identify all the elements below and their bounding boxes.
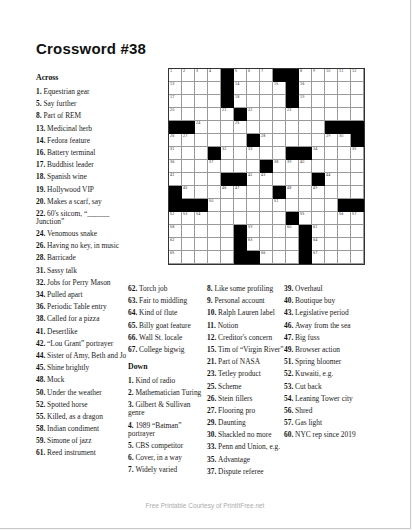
cell-r13c1[interactable]: 58 — [169, 225, 182, 238]
cell-r14c15[interactable] — [351, 238, 364, 251]
cell-r2c13[interactable] — [325, 82, 338, 95]
cell-r15c14[interactable] — [338, 251, 351, 264]
cell-number: 42 — [248, 173, 252, 177]
cell-r12c7[interactable] — [247, 212, 260, 225]
cell-r2c14[interactable] — [338, 82, 351, 95]
cell-r13c10[interactable]: 60 — [286, 225, 299, 238]
cell-r7c15[interactable]: 35 — [351, 147, 364, 160]
cell-r4c7[interactable]: 22 — [247, 108, 260, 121]
cell-r1c14[interactable]: 11 — [338, 69, 351, 82]
cell-r6c9[interactable] — [273, 134, 286, 147]
cell-r8c13[interactable] — [325, 160, 338, 173]
cell-r12c4[interactable] — [208, 212, 221, 225]
cell-r3c6[interactable]: 18 — [234, 95, 247, 108]
cell-r4c12[interactable] — [312, 108, 325, 121]
cell-r1c11[interactable]: 8 — [299, 69, 312, 82]
cell-r15c5[interactable] — [221, 251, 234, 264]
cell-number: 2 — [183, 69, 185, 73]
cell-r14c10[interactable] — [286, 238, 299, 251]
cell-r1c12[interactable]: 9 — [312, 69, 325, 82]
cell-number: 28 — [261, 134, 265, 138]
cell-r1c15[interactable]: 12 — [351, 69, 364, 82]
clues-column-4: 39. Overhaul40. Boutique buy43. Legislat… — [284, 285, 404, 443]
cell-r10c8[interactable] — [260, 186, 273, 199]
cell-r12c2[interactable]: 53 — [182, 212, 195, 225]
cell-number: 50 — [209, 199, 213, 203]
clue-number: 5. — [128, 441, 135, 450]
cell-r2c9[interactable]: 15 — [273, 82, 286, 95]
cell-number: 38 — [274, 160, 278, 164]
cell-number: 49 — [313, 186, 317, 190]
cell-r6c14[interactable]: 30 — [338, 134, 351, 147]
clue-number: 23. — [207, 369, 218, 378]
cell-r8c7[interactable] — [247, 160, 260, 173]
cell-r1c1[interactable]: 1 — [169, 69, 182, 82]
cell-r10c5[interactable]: 46 — [221, 186, 234, 199]
clue-across-20: 20. Makes a scarf, say — [36, 198, 130, 206]
cell-r12c6[interactable] — [234, 212, 247, 225]
cell-r6c2[interactable]: 27 — [182, 134, 195, 147]
clue-number: 8. — [36, 111, 43, 120]
clue-down-25: 25. Scheme — [207, 383, 285, 391]
cell-r8c4[interactable]: 37 — [208, 160, 221, 173]
cell-r7c14[interactable] — [338, 147, 351, 160]
clue-across-58: 58. Indian condiment — [36, 425, 130, 433]
clue-number: 31. — [36, 266, 47, 275]
cell-r15c9[interactable] — [273, 251, 286, 264]
cell-r13c15[interactable] — [351, 225, 364, 238]
cell-r15c2[interactable] — [182, 251, 195, 264]
cell-r1c4[interactable]: 4 — [208, 69, 221, 82]
cell-r9c8[interactable]: 43 — [260, 173, 273, 186]
clue-number: 5. — [36, 99, 43, 108]
cell-r5c5[interactable] — [221, 121, 234, 134]
cell-r7c3[interactable] — [195, 147, 208, 160]
cell-r3c15[interactable] — [351, 95, 364, 108]
cell-r14c12[interactable]: 64 — [312, 238, 325, 251]
clue-down-56: 56. Shred — [284, 407, 404, 415]
cell-r8c10[interactable]: 39 — [286, 160, 299, 173]
cell-r10c14[interactable] — [338, 186, 351, 199]
clue-across-65: 65. Billy goat feature — [128, 322, 204, 330]
cell-r15c3[interactable] — [195, 251, 208, 264]
cell-r8c12[interactable] — [312, 160, 325, 173]
cell-r3c12[interactable] — [312, 95, 325, 108]
cell-r9c15[interactable] — [351, 173, 364, 186]
cell-r2c7[interactable] — [247, 82, 260, 95]
clue-across-1: 1. Equestrian gear — [36, 88, 130, 96]
cell-r9c14[interactable] — [338, 173, 351, 186]
down-header: Down — [128, 363, 204, 371]
clue-number: 37. — [207, 467, 218, 476]
cell-r10c10[interactable]: 48 — [286, 186, 299, 199]
cell-r11c7[interactable] — [247, 199, 260, 212]
clue-across-59: 59. Simone of jazz — [36, 437, 130, 445]
clue-number: 24. — [36, 229, 47, 238]
cell-r10c6[interactable]: 47 — [234, 186, 247, 199]
cell-r4c4[interactable] — [208, 108, 221, 121]
cell-number: 61 — [313, 225, 317, 229]
clue-across-61: 61. Reed instrument — [36, 449, 130, 457]
cell-r4c11[interactable] — [299, 108, 312, 121]
cell-r10c11[interactable] — [299, 186, 312, 199]
cell-r5c6[interactable]: 25 — [234, 121, 247, 134]
clue-down-47: 47. Big fuss — [284, 334, 404, 342]
cell-r13c7[interactable]: 59 — [247, 225, 260, 238]
clue-down-26: 26. Stein fillers — [207, 395, 285, 403]
across-list-1: 1. Equestrian gear5. Say further8. Part … — [36, 88, 130, 457]
cell-r13c8[interactable] — [260, 225, 273, 238]
clue-down-46: 46. Away from the sea — [284, 322, 404, 330]
cell-r9c12 — [312, 173, 325, 186]
cell-r15c12[interactable]: 67 — [312, 251, 325, 264]
cell-r13c13[interactable] — [325, 225, 338, 238]
cell-r2c15[interactable] — [351, 82, 364, 95]
cell-r12c5[interactable] — [221, 212, 234, 225]
cell-r4c15[interactable] — [351, 108, 364, 121]
cell-r1c9 — [273, 69, 286, 82]
cell-r5c3[interactable]: 24 — [195, 121, 208, 134]
clue-number: 19. — [36, 185, 47, 194]
cell-r15c15[interactable] — [351, 251, 364, 264]
cell-number: 67 — [313, 251, 317, 255]
clue-across-62: 62. Torch job — [128, 285, 204, 293]
cell-r3c1[interactable]: 17 — [169, 95, 182, 108]
cell-r10c7[interactable] — [247, 186, 260, 199]
cell-r15c10[interactable] — [286, 251, 299, 264]
cell-r8c9[interactable]: 38 — [273, 160, 286, 173]
cell-number: 41 — [170, 173, 174, 177]
cell-r5c11[interactable] — [299, 121, 312, 134]
cell-number: 4 — [209, 69, 211, 73]
cell-r9c6 — [234, 173, 247, 186]
cell-r11c8[interactable] — [260, 199, 273, 212]
cell-r3c8[interactable] — [260, 95, 273, 108]
cell-r9c1[interactable]: 41 — [169, 173, 182, 186]
cell-r2c12[interactable] — [312, 82, 325, 95]
clue-number: 29. — [207, 418, 218, 427]
clue-number: 13. — [36, 124, 47, 133]
cell-r3c13[interactable] — [325, 95, 338, 108]
clue-number: 62. — [128, 284, 139, 293]
cell-number: 18 — [235, 95, 239, 99]
clue-across-34: 34. Pulled apart — [36, 291, 130, 299]
cell-r2c11[interactable]: 16 — [299, 82, 312, 95]
cell-r2c2[interactable] — [182, 82, 195, 95]
cell-r13c4[interactable] — [208, 225, 221, 238]
cell-r9c4[interactable] — [208, 173, 221, 186]
cell-r14c4[interactable] — [208, 238, 221, 251]
cell-r5c7[interactable] — [247, 121, 260, 134]
cell-r10c3[interactable] — [195, 186, 208, 199]
cell-r9c11[interactable] — [299, 173, 312, 186]
cell-r4c14[interactable] — [338, 108, 351, 121]
cell-r5c12[interactable] — [312, 121, 325, 134]
clue-across-17: 17. Buddhist leader — [36, 161, 130, 169]
cell-r10c9 — [273, 186, 286, 199]
cell-r12c8[interactable] — [260, 212, 273, 225]
cell-r12c14[interactable]: 56 — [338, 212, 351, 225]
cell-r8c14[interactable] — [338, 160, 351, 173]
clue-number: 61. — [36, 448, 47, 457]
cell-r10c15[interactable] — [351, 186, 364, 199]
cell-r13c2[interactable] — [182, 225, 195, 238]
cell-r3c3[interactable] — [195, 95, 208, 108]
cell-r6c3[interactable] — [195, 134, 208, 147]
cell-number: 24 — [196, 121, 200, 125]
cell-number: 33 — [248, 147, 252, 151]
cell-r7c9[interactable] — [273, 147, 286, 160]
cell-r8c11[interactable]: 40 — [299, 160, 312, 173]
cell-number: 12 — [352, 69, 356, 73]
clue-down-51: 51. Spring bloomer — [284, 358, 404, 366]
cell-r6c1[interactable]: 26 — [169, 134, 182, 147]
cell-r4c10[interactable]: 23 — [286, 108, 299, 121]
cell-r7c5[interactable]: 32 — [221, 147, 234, 160]
clue-number: 26. — [36, 241, 47, 250]
cell-r1c8[interactable]: 7 — [260, 69, 273, 82]
cell-r8c5[interactable] — [221, 160, 234, 173]
cell-r2c1[interactable]: 13 — [169, 82, 182, 95]
clue-number: 32. — [36, 278, 47, 287]
cell-r2c3[interactable] — [195, 82, 208, 95]
cell-r12c3[interactable]: 54 — [195, 212, 208, 225]
cell-r11c6[interactable] — [234, 199, 247, 212]
cell-r8c2[interactable] — [182, 160, 195, 173]
cell-r13c3[interactable] — [195, 225, 208, 238]
cell-r3c2[interactable] — [182, 95, 195, 108]
clue-number: 60. — [284, 430, 295, 439]
cell-r14c13[interactable] — [325, 238, 338, 251]
cell-r14c9[interactable] — [273, 238, 286, 251]
cell-r14c3[interactable] — [195, 238, 208, 251]
cell-r9c9[interactable] — [273, 173, 286, 186]
cell-number: 15 — [274, 82, 278, 86]
cell-r10c4[interactable] — [208, 186, 221, 199]
clue-down-30: 30. Shackled no more — [207, 431, 285, 439]
cell-r1c5 — [221, 69, 234, 82]
cell-r15c7 — [247, 251, 260, 264]
cell-r10c13[interactable] — [325, 186, 338, 199]
cell-r4c2[interactable] — [182, 108, 195, 121]
clue-number: 67. — [128, 345, 139, 354]
cell-r4c3[interactable] — [195, 108, 208, 121]
cell-r11c15 — [351, 199, 364, 212]
cell-r9c10[interactable] — [286, 173, 299, 186]
cell-r3c7[interactable] — [247, 95, 260, 108]
clue-across-44: 44. Sister of Amy, Beth and Jo — [36, 352, 130, 360]
cell-r14c6 — [234, 238, 247, 251]
cell-number: 35 — [352, 147, 356, 151]
cell-r9c2[interactable] — [182, 173, 195, 186]
cell-r3c5 — [221, 95, 234, 108]
cell-r14c11 — [299, 238, 312, 251]
cell-r4c1[interactable]: 20 — [169, 108, 182, 121]
cell-number: 39 — [287, 160, 291, 164]
cell-r13c11 — [299, 225, 312, 238]
cell-r9c7[interactable]: 42 — [247, 173, 260, 186]
clue-down-7: 7. Widely varied — [128, 466, 204, 474]
clue-number: 33. — [207, 442, 218, 451]
cell-r11c11[interactable] — [299, 199, 312, 212]
cell-r4c13[interactable] — [325, 108, 338, 121]
cell-number: 21 — [222, 108, 226, 112]
page: Crossword #38 12345678910111213141516171… — [0, 0, 411, 529]
cell-r11c1 — [169, 199, 182, 212]
down-list-1: 1. Kind of radio2. Mathematician Turing3… — [128, 377, 204, 474]
cell-number: 27 — [183, 134, 187, 138]
cell-r4c5[interactable]: 21 — [221, 108, 234, 121]
clue-down-6: 6. Cover, in a way — [128, 454, 204, 462]
cell-number: 64 — [313, 238, 317, 242]
cell-number: 57 — [352, 212, 356, 216]
cell-r2c4[interactable] — [208, 82, 221, 95]
cell-r1c2[interactable]: 2 — [182, 69, 195, 82]
cell-number: 5 — [235, 69, 237, 73]
cell-r11c5[interactable] — [221, 199, 234, 212]
clue-across-28: 28. Barricade — [36, 254, 130, 262]
cell-r13c12[interactable]: 61 — [312, 225, 325, 238]
cell-number: 25 — [235, 121, 239, 125]
cell-r7c2[interactable] — [182, 147, 195, 160]
cell-r1c3[interactable]: 3 — [195, 69, 208, 82]
cell-r15c4[interactable] — [208, 251, 221, 264]
cell-r11c14 — [338, 199, 351, 212]
cell-r6c4[interactable] — [208, 134, 221, 147]
cell-r7c13[interactable] — [325, 147, 338, 160]
clue-across-66: 66. Wall St. locale — [128, 334, 204, 342]
cell-r4c9[interactable] — [273, 108, 286, 121]
cell-r7c6[interactable] — [234, 147, 247, 160]
cell-number: 65 — [170, 251, 174, 255]
cell-r2c8[interactable] — [260, 82, 273, 95]
cell-r12c13[interactable] — [325, 212, 338, 225]
clue-down-3: 3. Gilbert & Sullivan genre — [128, 401, 204, 417]
cell-r14c14[interactable] — [338, 238, 351, 251]
clue-across-16: 16. Battery terminal — [36, 149, 130, 157]
cell-r9c13[interactable]: 44 — [325, 173, 338, 186]
cell-r14c1[interactable]: 62 — [169, 238, 182, 251]
clue-number: 44. — [36, 351, 47, 360]
cell-r1c6[interactable]: 5 — [234, 69, 247, 82]
clue-across-31: 31. Sassy talk — [36, 267, 130, 275]
cell-r14c7[interactable]: 63 — [247, 238, 260, 251]
cell-number: 6 — [248, 69, 250, 73]
cell-r6c10[interactable] — [286, 134, 299, 147]
cell-r6c13[interactable]: 29 — [325, 134, 338, 147]
cell-r13c14[interactable] — [338, 225, 351, 238]
cell-number: 17 — [170, 95, 174, 99]
cell-r8c3[interactable] — [195, 160, 208, 173]
cell-r2c6[interactable]: 14 — [234, 82, 247, 95]
cell-r6c12[interactable] — [312, 134, 325, 147]
cell-r7c11 — [299, 147, 312, 160]
clue-down-5: 5. CBS competitor — [128, 442, 204, 450]
clue-across-50: 50. Under the weather — [36, 389, 130, 397]
clue-number: 46. — [284, 321, 295, 330]
clue-number: 22. — [36, 209, 47, 218]
clue-down-29: 29. Daunting — [207, 419, 285, 427]
cell-number: 8 — [300, 69, 302, 73]
cell-r10c2[interactable]: 45 — [182, 186, 195, 199]
cell-r11c4[interactable]: 50 — [208, 199, 221, 212]
cell-r15c1[interactable]: 65 — [169, 251, 182, 264]
clue-across-24: 24. Venomous snake — [36, 230, 130, 238]
cell-r12c12[interactable] — [312, 212, 325, 225]
cell-r3c11[interactable]: 19 — [299, 95, 312, 108]
cell-r3c9[interactable] — [273, 95, 286, 108]
cell-r6c11[interactable] — [299, 134, 312, 147]
cell-r7c8[interactable] — [260, 147, 273, 160]
cell-r6c7 — [247, 134, 260, 147]
cell-r11c12[interactable] — [312, 199, 325, 212]
cell-r4c8[interactable] — [260, 108, 273, 121]
cell-r6c6[interactable] — [234, 134, 247, 147]
cell-r6c5[interactable] — [221, 134, 234, 147]
cell-r5c9[interactable] — [273, 121, 286, 134]
cell-r11c13[interactable] — [325, 199, 338, 212]
clue-number: 50. — [36, 388, 47, 397]
cell-r5c8[interactable] — [260, 121, 273, 134]
cell-r14c2[interactable] — [182, 238, 195, 251]
cell-r12c9[interactable] — [273, 212, 286, 225]
cell-r5c10[interactable] — [286, 121, 299, 134]
cell-r13c9[interactable] — [273, 225, 286, 238]
clue-across-48: 48. Mock — [36, 376, 130, 384]
cell-r1c7[interactable]: 6 — [247, 69, 260, 82]
cell-r15c13[interactable] — [325, 251, 338, 264]
cell-r11c9[interactable]: 51 — [273, 199, 286, 212]
cell-r7c1[interactable]: 31 — [169, 147, 182, 160]
clue-number: 36. — [36, 302, 47, 311]
clue-number: 49. — [284, 345, 295, 354]
cell-r14c8[interactable] — [260, 238, 273, 251]
clue-number: 63. — [128, 296, 139, 305]
cell-r9c3[interactable] — [195, 173, 208, 186]
cell-r12c1[interactable]: 52 — [169, 212, 182, 225]
cell-r3c4[interactable] — [208, 95, 221, 108]
clue-number: 6. — [128, 453, 135, 462]
clue-number: 47. — [284, 333, 295, 342]
clue-number: 28. — [36, 253, 47, 262]
cell-r12c15[interactable]: 57 — [351, 212, 364, 225]
cell-r8c1[interactable]: 36 — [169, 160, 182, 173]
cell-r13c5[interactable] — [221, 225, 234, 238]
cell-r12c10 — [286, 212, 299, 225]
cell-number: 66 — [261, 251, 265, 255]
clue-down-21: 21. Part of NASA — [207, 358, 285, 366]
clue-number: 14. — [36, 136, 47, 145]
cell-r7c12[interactable]: 34 — [312, 147, 325, 160]
cell-r8c6[interactable] — [234, 160, 247, 173]
clue-number: 16. — [36, 148, 47, 157]
cell-r5c4[interactable] — [208, 121, 221, 134]
cell-r8c15[interactable] — [351, 160, 364, 173]
cell-r12c11[interactable]: 55 — [299, 212, 312, 225]
cell-r1c13[interactable]: 10 — [325, 69, 338, 82]
cell-r6c8[interactable]: 28 — [260, 134, 273, 147]
cell-r11c10[interactable] — [286, 199, 299, 212]
clue-down-15: 15. Tim of “Virgin River” — [207, 346, 285, 354]
cell-r10c12[interactable]: 49 — [312, 186, 325, 199]
cell-r15c8[interactable]: 66 — [260, 251, 273, 264]
clue-across-22: 22. 60's sitcom, “______ Junction” — [36, 210, 130, 226]
cell-r7c10 — [286, 147, 299, 160]
cell-r7c7[interactable]: 33 — [247, 147, 260, 160]
clue-number: 43. — [284, 308, 295, 317]
cell-r14c5[interactable] — [221, 238, 234, 251]
cell-r3c14[interactable] — [338, 95, 351, 108]
